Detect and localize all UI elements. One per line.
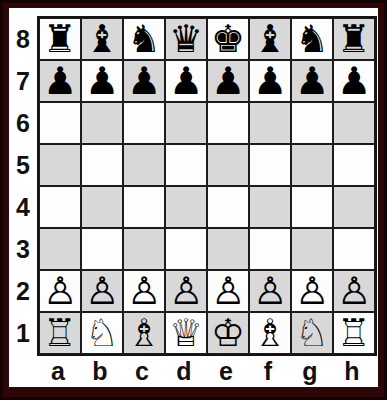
square-e5[interactable] bbox=[207, 144, 249, 186]
square-c4[interactable] bbox=[123, 186, 165, 228]
square-g2[interactable]: ♙ bbox=[291, 270, 333, 312]
square-e4[interactable] bbox=[207, 186, 249, 228]
piece-white-rook: ♖ bbox=[337, 312, 371, 354]
square-b3[interactable] bbox=[81, 228, 123, 270]
square-a4[interactable] bbox=[39, 186, 81, 228]
piece-black-pawn: ♟ bbox=[337, 60, 371, 102]
square-g5[interactable] bbox=[291, 144, 333, 186]
file-label-c: c bbox=[135, 357, 149, 385]
piece-white-knight: ♘ bbox=[85, 312, 119, 354]
rank-label-3: 3 bbox=[16, 228, 30, 270]
file-label-d: d bbox=[176, 357, 191, 385]
square-d8[interactable]: ♛ bbox=[165, 18, 207, 60]
piece-white-pawn: ♙ bbox=[43, 270, 77, 312]
piece-black-pawn: ♟ bbox=[169, 60, 203, 102]
piece-black-pawn: ♟ bbox=[85, 60, 119, 102]
square-e8[interactable]: ♚ bbox=[207, 18, 249, 60]
piece-black-rook: ♜ bbox=[43, 18, 77, 60]
piece-black-queen: ♛ bbox=[169, 18, 203, 60]
file-label-h: h bbox=[344, 357, 359, 385]
piece-white-pawn: ♙ bbox=[169, 270, 203, 312]
square-b7[interactable]: ♟ bbox=[81, 60, 123, 102]
square-d4[interactable] bbox=[165, 186, 207, 228]
rank-label-4: 4 bbox=[16, 186, 30, 228]
square-c8[interactable]: ♞ bbox=[123, 18, 165, 60]
square-c1[interactable]: ♗ bbox=[123, 312, 165, 354]
square-h1[interactable]: ♖ bbox=[333, 312, 375, 354]
outer-frame: 87654321 ♜♝♞♛♚♝♞♜♟♟♟♟♟♟♟♟♙♙♙♙♙♙♙♙♖♘♗♕♔♗♘… bbox=[0, 0, 387, 400]
square-a6[interactable] bbox=[39, 102, 81, 144]
square-f6[interactable] bbox=[249, 102, 291, 144]
piece-black-king: ♚ bbox=[211, 18, 245, 60]
square-e6[interactable] bbox=[207, 102, 249, 144]
square-b8[interactable]: ♝ bbox=[81, 18, 123, 60]
square-d3[interactable] bbox=[165, 228, 207, 270]
file-label-f: f bbox=[264, 357, 272, 385]
piece-white-rook: ♖ bbox=[43, 312, 77, 354]
square-f2[interactable]: ♙ bbox=[249, 270, 291, 312]
square-b1[interactable]: ♘ bbox=[81, 312, 123, 354]
square-e2[interactable]: ♙ bbox=[207, 270, 249, 312]
square-e7[interactable]: ♟ bbox=[207, 60, 249, 102]
piece-black-pawn: ♟ bbox=[295, 60, 329, 102]
file-label-e: e bbox=[219, 357, 233, 385]
square-h3[interactable] bbox=[333, 228, 375, 270]
square-c6[interactable] bbox=[123, 102, 165, 144]
square-b4[interactable] bbox=[81, 186, 123, 228]
square-d2[interactable]: ♙ bbox=[165, 270, 207, 312]
square-h8[interactable]: ♜ bbox=[333, 18, 375, 60]
square-h6[interactable] bbox=[333, 102, 375, 144]
square-f1[interactable]: ♗ bbox=[249, 312, 291, 354]
piece-white-pawn: ♙ bbox=[127, 270, 161, 312]
square-h5[interactable] bbox=[333, 144, 375, 186]
board-margin: 87654321 ♜♝♞♛♚♝♞♜♟♟♟♟♟♟♟♟♙♙♙♙♙♙♙♙♖♘♗♕♔♗♘… bbox=[9, 8, 378, 387]
piece-white-bishop: ♗ bbox=[127, 312, 161, 354]
rank-label-5: 5 bbox=[16, 144, 30, 186]
rank-label-7: 7 bbox=[16, 60, 30, 102]
square-b2[interactable]: ♙ bbox=[81, 270, 123, 312]
piece-white-pawn: ♙ bbox=[211, 270, 245, 312]
file-label-a: a bbox=[51, 357, 65, 385]
square-a2[interactable]: ♙ bbox=[39, 270, 81, 312]
square-f4[interactable] bbox=[249, 186, 291, 228]
piece-black-pawn: ♟ bbox=[211, 60, 245, 102]
piece-white-knight: ♘ bbox=[295, 312, 329, 354]
square-d1[interactable]: ♕ bbox=[165, 312, 207, 354]
square-e3[interactable] bbox=[207, 228, 249, 270]
piece-white-pawn: ♙ bbox=[253, 270, 287, 312]
square-a5[interactable] bbox=[39, 144, 81, 186]
square-c2[interactable]: ♙ bbox=[123, 270, 165, 312]
square-d7[interactable]: ♟ bbox=[165, 60, 207, 102]
rank-label-6: 6 bbox=[16, 102, 30, 144]
piece-white-queen: ♕ bbox=[169, 312, 203, 354]
square-g6[interactable] bbox=[291, 102, 333, 144]
square-b6[interactable] bbox=[81, 102, 123, 144]
square-h7[interactable]: ♟ bbox=[333, 60, 375, 102]
rank-label-8: 8 bbox=[16, 18, 30, 60]
square-c3[interactable] bbox=[123, 228, 165, 270]
square-e1[interactable]: ♔ bbox=[207, 312, 249, 354]
piece-white-pawn: ♙ bbox=[337, 270, 371, 312]
square-f5[interactable] bbox=[249, 144, 291, 186]
piece-black-pawn: ♟ bbox=[253, 60, 287, 102]
square-f7[interactable]: ♟ bbox=[249, 60, 291, 102]
square-a3[interactable] bbox=[39, 228, 81, 270]
rank-label-1: 1 bbox=[16, 312, 30, 354]
piece-black-knight: ♞ bbox=[295, 18, 329, 60]
square-a8[interactable]: ♜ bbox=[39, 18, 81, 60]
square-b5[interactable] bbox=[81, 144, 123, 186]
square-c7[interactable]: ♟ bbox=[123, 60, 165, 102]
piece-white-king: ♔ bbox=[211, 312, 245, 354]
piece-black-bishop: ♝ bbox=[85, 18, 119, 60]
rank-label-2: 2 bbox=[16, 270, 30, 312]
chess-board: ♜♝♞♛♚♝♞♜♟♟♟♟♟♟♟♟♙♙♙♙♙♙♙♙♖♘♗♕♔♗♘♖ bbox=[37, 16, 377, 356]
square-h4[interactable] bbox=[333, 186, 375, 228]
square-g3[interactable] bbox=[291, 228, 333, 270]
square-a1[interactable]: ♖ bbox=[39, 312, 81, 354]
square-g4[interactable] bbox=[291, 186, 333, 228]
piece-black-bishop: ♝ bbox=[253, 18, 287, 60]
piece-white-bishop: ♗ bbox=[253, 312, 287, 354]
square-d5[interactable] bbox=[165, 144, 207, 186]
rank-labels: 87654321 bbox=[9, 16, 37, 356]
piece-white-pawn: ♙ bbox=[85, 270, 119, 312]
square-g1[interactable]: ♘ bbox=[291, 312, 333, 354]
square-c5[interactable] bbox=[123, 144, 165, 186]
square-f3[interactable] bbox=[249, 228, 291, 270]
file-label-b: b bbox=[92, 357, 107, 385]
square-a7[interactable]: ♟ bbox=[39, 60, 81, 102]
piece-white-pawn: ♙ bbox=[295, 270, 329, 312]
square-f8[interactable]: ♝ bbox=[249, 18, 291, 60]
piece-black-pawn: ♟ bbox=[43, 60, 77, 102]
square-d6[interactable] bbox=[165, 102, 207, 144]
file-labels: abcdefgh bbox=[37, 356, 377, 386]
piece-black-knight: ♞ bbox=[127, 18, 161, 60]
file-label-g: g bbox=[302, 357, 317, 385]
square-h2[interactable]: ♙ bbox=[333, 270, 375, 312]
square-g8[interactable]: ♞ bbox=[291, 18, 333, 60]
square-g7[interactable]: ♟ bbox=[291, 60, 333, 102]
piece-black-pawn: ♟ bbox=[127, 60, 161, 102]
piece-black-rook: ♜ bbox=[337, 18, 371, 60]
